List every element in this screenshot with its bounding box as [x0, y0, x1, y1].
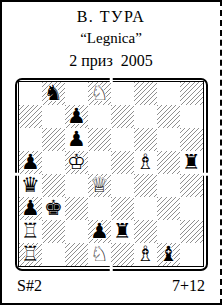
square-c8	[65, 82, 88, 105]
black-rook-h5-icon: ♜	[180, 151, 203, 174]
problem-header: В. ТУРА “Legnica” 2 приз 2005	[69, 7, 152, 71]
square-h3	[180, 197, 203, 220]
square-e6	[111, 128, 134, 151]
square-c5: ♚♔	[65, 151, 88, 174]
white-bishop-f5-icon: ♗	[134, 151, 157, 174]
white-rook-a1-icon: ♖	[19, 243, 42, 266]
square-g6	[157, 128, 180, 151]
white-rook-a2-icon: ♖	[19, 220, 42, 243]
square-f2	[134, 220, 157, 243]
stipulation-label: S#2	[17, 277, 42, 295]
piece-fill: ♞	[88, 243, 111, 266]
square-f4	[134, 174, 157, 197]
square-f8	[134, 82, 157, 105]
square-g1: ♝	[157, 243, 180, 266]
square-b6	[42, 128, 65, 151]
black-pawn-d2-icon: ♟	[88, 220, 111, 243]
square-g5	[157, 151, 180, 174]
white-king-c5-icon: ♔	[65, 151, 88, 174]
square-e8	[111, 82, 134, 105]
caption-row: S#2 7+12	[2, 277, 220, 295]
square-d3	[88, 197, 111, 220]
diagram-page: В. ТУРА “Legnica” 2 приз 2005 ♞♞♘♟♟♟♚♔♝♗…	[0, 0, 222, 305]
frame-tick-bottom	[110, 265, 113, 272]
piece-fill: ♝	[134, 243, 157, 266]
square-a1: ♜♖	[19, 243, 42, 266]
black-rook-e2-icon: ♜	[111, 220, 134, 243]
square-c1	[65, 243, 88, 266]
square-c2	[65, 220, 88, 243]
piece-fill: ♜	[19, 220, 42, 243]
board-border: ♞♞♘♟♟♟♚♔♝♗♜♛♛♕♟♚♜♖♟♜♜♖♞♘♝♗♝	[18, 81, 204, 267]
square-e4	[111, 174, 134, 197]
square-a3: ♟	[19, 197, 42, 220]
square-g2	[157, 220, 180, 243]
black-pawn-a3-icon: ♟	[19, 197, 42, 220]
frame-tick-right	[202, 173, 209, 176]
square-e5	[111, 151, 134, 174]
square-b7	[42, 105, 65, 128]
square-h1	[180, 243, 203, 266]
square-a2: ♜♖	[19, 220, 42, 243]
piece-fill: ♚	[65, 151, 88, 174]
square-e3	[111, 197, 134, 220]
piece-fill: ♝	[134, 151, 157, 174]
square-c4	[65, 174, 88, 197]
square-d7	[88, 105, 111, 128]
square-c7: ♟	[65, 105, 88, 128]
black-pawn-a5-icon: ♟	[19, 151, 42, 174]
square-h6	[180, 128, 203, 151]
piece-fill: ♛	[88, 174, 111, 197]
square-d6	[88, 128, 111, 151]
black-bishop-g1-icon: ♝	[157, 243, 180, 266]
square-b1	[42, 243, 65, 266]
white-queen-d4-icon: ♕	[88, 174, 111, 197]
black-pawn-c6-icon: ♟	[65, 128, 88, 151]
square-h4	[180, 174, 203, 197]
square-g3	[157, 197, 180, 220]
square-b4	[42, 174, 65, 197]
square-b2	[42, 220, 65, 243]
square-d1: ♞♘	[88, 243, 111, 266]
frame-tick-left	[13, 173, 20, 176]
square-h7	[180, 105, 203, 128]
square-f7	[134, 105, 157, 128]
square-e1	[111, 243, 134, 266]
square-e2: ♜	[111, 220, 134, 243]
square-g4	[157, 174, 180, 197]
square-d4: ♛♕	[88, 174, 111, 197]
square-b8: ♞	[42, 82, 65, 105]
piece-count-label: 7+12	[172, 277, 205, 295]
square-a8	[19, 82, 42, 105]
square-f5: ♝♗	[134, 151, 157, 174]
square-f6	[134, 128, 157, 151]
square-d5	[88, 151, 111, 174]
award-line: 2 приз 2005	[69, 51, 152, 71]
board-frame: ♞♞♘♟♟♟♚♔♝♗♜♛♛♕♟♚♜♖♟♜♜♖♞♘♝♗♝	[15, 78, 208, 271]
black-queen-a4-icon: ♛	[19, 174, 42, 197]
author-name: В. ТУРА	[69, 7, 152, 27]
frame-tick-top	[110, 76, 113, 83]
black-king-b3-icon: ♚	[42, 197, 65, 220]
white-knight-d1-icon: ♘	[88, 243, 111, 266]
square-b3: ♚	[42, 197, 65, 220]
square-f3	[134, 197, 157, 220]
square-d2: ♟	[88, 220, 111, 243]
board: ♞♞♘♟♟♟♚♔♝♗♜♛♛♕♟♚♜♖♟♜♜♖♞♘♝♗♝	[19, 82, 203, 266]
square-c6: ♟	[65, 128, 88, 151]
white-knight-d8-icon: ♘	[88, 82, 111, 105]
square-h8	[180, 82, 203, 105]
square-b5	[42, 151, 65, 174]
black-knight-b8-icon: ♞	[42, 82, 65, 105]
square-a7	[19, 105, 42, 128]
square-g7	[157, 105, 180, 128]
square-f1: ♝♗	[134, 243, 157, 266]
square-h5: ♜	[180, 151, 203, 174]
square-a4: ♛	[19, 174, 42, 197]
square-c3	[65, 197, 88, 220]
piece-fill: ♞	[88, 82, 111, 105]
square-d8: ♞♘	[88, 82, 111, 105]
square-a6	[19, 128, 42, 151]
piece-fill: ♜	[19, 243, 42, 266]
square-e7	[111, 105, 134, 128]
square-g8	[157, 82, 180, 105]
black-pawn-c7-icon: ♟	[65, 105, 88, 128]
square-h2	[180, 220, 203, 243]
white-bishop-f1-icon: ♗	[134, 243, 157, 266]
tourney-name: “Legnica”	[69, 29, 152, 48]
square-a5: ♟	[19, 151, 42, 174]
